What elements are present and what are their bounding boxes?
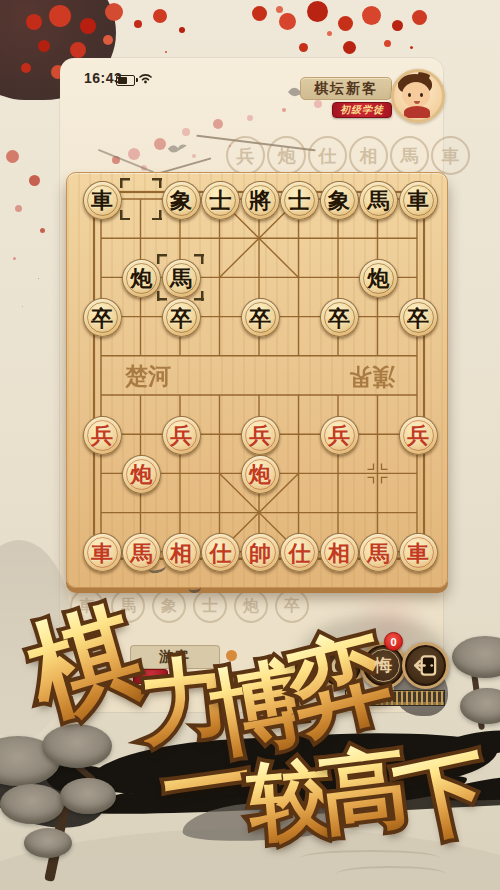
undo-button[interactable]: 悔 — [360, 642, 407, 689]
piece-char: 卒 — [249, 307, 271, 329]
piece-red-炮[interactable]: 炮 — [122, 455, 161, 494]
piece-char: 兵 — [407, 424, 429, 446]
piece-char: 馬 — [368, 189, 390, 211]
piece-red-兵[interactable]: 兵 — [162, 416, 201, 455]
piece-black-將[interactable]: 將 — [241, 181, 280, 220]
piece-char: 卒 — [170, 307, 192, 329]
piece-black-炮[interactable]: 炮 — [122, 259, 161, 298]
piece-char: 車 — [407, 542, 429, 564]
piece-red-兵[interactable]: 兵 — [83, 416, 122, 455]
piece-char: 象 — [328, 189, 350, 211]
faded-piece: 兵 — [226, 136, 265, 175]
faded-piece-row-top: 兵炮仕相馬車 — [226, 136, 470, 175]
plum-blossom-cluster — [128, 148, 140, 160]
piece-red-帥[interactable]: 帥 — [241, 533, 280, 572]
piece-red-炮[interactable]: 炮 — [241, 455, 280, 494]
plum-blossom-cluster — [252, 6, 267, 21]
piece-black-卒[interactable]: 卒 — [399, 298, 438, 337]
piece-red-相[interactable]: 相 — [162, 533, 201, 572]
bottom-player-rank-chip — [133, 669, 168, 684]
piece-char: 兵 — [328, 424, 350, 446]
piece-black-車[interactable]: 車 — [83, 181, 122, 220]
piece-black-士[interactable]: 士 — [280, 181, 319, 220]
bird-icon — [166, 140, 192, 156]
exit-door-icon — [413, 653, 438, 678]
restart-icon — [328, 653, 354, 679]
piece-black-炮[interactable]: 炮 — [359, 259, 398, 298]
avatar-collar — [404, 106, 430, 118]
piece-red-兵[interactable]: 兵 — [241, 416, 280, 455]
faded-piece: 炮 — [234, 589, 268, 623]
top-player-avatar[interactable] — [391, 69, 445, 123]
water-ripple-decor — [336, 866, 446, 882]
faded-piece: 仕 — [308, 136, 347, 175]
piece-char: 將 — [249, 189, 271, 211]
faded-piece: 車 — [431, 136, 470, 175]
piece-char: 兵 — [91, 424, 113, 446]
piece-char: 炮 — [131, 267, 153, 289]
screenshot-stage: 16:43 棋坛新客 初级学徒 兵炮仕相馬車 車馬象士炮卒 楚河 漢界 車象士將… — [0, 0, 500, 890]
avatar-eye — [420, 93, 423, 97]
sun-dot-decor — [226, 650, 237, 661]
wifi-icon — [138, 72, 153, 84]
faded-piece: 馬 — [111, 589, 145, 623]
faded-piece-row-bottom: 車馬象士炮卒 — [70, 589, 309, 623]
faded-piece: 馬 — [390, 136, 429, 175]
piece-black-士[interactable]: 士 — [201, 181, 240, 220]
piece-black-卒[interactable]: 卒 — [241, 298, 280, 337]
river-text-left: 楚河 — [125, 361, 171, 392]
piece-char: 炮 — [249, 463, 271, 485]
piece-char: 馬 — [170, 267, 192, 289]
piece-char: 車 — [407, 189, 429, 211]
piece-char: 炮 — [368, 267, 390, 289]
piece-char: 卒 — [91, 307, 113, 329]
undo-label: 悔 — [375, 654, 392, 677]
piece-char: 卒 — [328, 307, 350, 329]
piece-black-象[interactable]: 象 — [320, 181, 359, 220]
avatar-bun — [418, 69, 430, 81]
piece-char: 仕 — [210, 542, 232, 564]
battery-icon — [116, 75, 135, 86]
river-label-right: 漢界 — [299, 361, 395, 392]
water-ripple-decor — [300, 850, 440, 866]
meander-border-decor — [345, 690, 445, 706]
piece-char: 馬 — [368, 542, 390, 564]
piece-black-車[interactable]: 車 — [399, 181, 438, 220]
bottom-player-name-plate: 游客 — [130, 645, 220, 669]
top-player-rank-badge: 初级学徒 — [332, 102, 392, 118]
avatar-face — [402, 82, 430, 108]
piece-char: 車 — [91, 189, 113, 211]
xiangqi-board[interactable]: 楚河 漢界 車象士將士象馬車炮馬炮卒卒卒卒卒兵兵兵兵兵炮炮車馬相仕帥仕相馬車 — [66, 172, 448, 588]
undo-count-badge: 0 — [384, 632, 403, 651]
piece-black-卒[interactable]: 卒 — [83, 298, 122, 337]
piece-red-兵[interactable]: 兵 — [320, 416, 359, 455]
pine-branch-decor — [446, 632, 500, 754]
restart-button[interactable] — [317, 642, 364, 689]
piece-black-馬[interactable]: 馬 — [162, 259, 201, 298]
faded-piece: 士 — [193, 589, 227, 623]
faded-piece: 相 — [349, 136, 388, 175]
piece-black-卒[interactable]: 卒 — [162, 298, 201, 337]
piece-char: 卒 — [407, 307, 429, 329]
top-player-name-plate: 棋坛新客 — [300, 77, 392, 100]
exit-button[interactable] — [402, 642, 449, 689]
piece-char: 士 — [210, 189, 232, 211]
piece-char: 兵 — [249, 424, 271, 446]
piece-char: 馬 — [131, 542, 153, 564]
piece-char: 兵 — [170, 424, 192, 446]
plum-blossom-cluster — [6, 150, 19, 163]
piece-red-車[interactable]: 車 — [83, 533, 122, 572]
piece-char: 相 — [328, 542, 350, 564]
piece-char: 相 — [170, 542, 192, 564]
piece-char: 車 — [91, 542, 113, 564]
pine-tree-decor — [0, 728, 144, 890]
faded-piece: 象 — [152, 589, 186, 623]
piece-char: 帥 — [249, 542, 271, 564]
piece-black-卒[interactable]: 卒 — [320, 298, 359, 337]
avatar-eye — [408, 93, 411, 97]
piece-red-車[interactable]: 車 — [399, 533, 438, 572]
piece-char: 炮 — [131, 463, 153, 485]
piece-black-象[interactable]: 象 — [162, 181, 201, 220]
piece-char: 象 — [170, 189, 192, 211]
river-label-left: 楚河 — [125, 361, 221, 392]
piece-black-馬[interactable]: 馬 — [359, 181, 398, 220]
faded-piece: 卒 — [275, 589, 309, 623]
faded-piece: 炮 — [267, 136, 306, 175]
piece-char: 仕 — [289, 542, 311, 564]
faded-piece: 車 — [70, 589, 104, 623]
river-text-right: 漢界 — [349, 361, 395, 392]
ink-stroke-decor — [87, 725, 499, 804]
plum-blossom-cluster — [26, 14, 42, 30]
piece-char: 士 — [289, 189, 311, 211]
piece-red-兵[interactable]: 兵 — [399, 416, 438, 455]
piece-red-相[interactable]: 相 — [320, 533, 359, 572]
